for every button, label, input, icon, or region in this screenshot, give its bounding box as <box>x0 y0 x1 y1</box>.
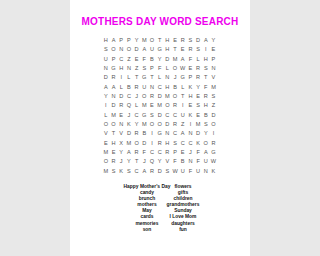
grid-cell: E <box>102 139 110 148</box>
grid-cell: Z <box>210 101 218 110</box>
grid-cell: U <box>194 167 202 176</box>
grid-cell: S <box>102 45 110 54</box>
grid-cell: B <box>202 111 210 120</box>
grid-cell: H <box>164 45 172 54</box>
grid-cell: N <box>148 83 156 92</box>
grid-cell: E <box>187 101 195 110</box>
grid-cell: G <box>156 129 164 138</box>
grid-cell: F <box>194 148 202 157</box>
grid-cell: N <box>164 129 172 138</box>
grid-cell: R <box>194 73 202 82</box>
grid-cell: E <box>187 64 195 73</box>
grid-cell: F <box>202 83 210 92</box>
grid-cell: R <box>133 148 141 157</box>
grid-cell: S <box>148 111 156 120</box>
grid-cell: L <box>164 64 172 73</box>
grid-cell: J <box>117 157 125 166</box>
grid-cell: Z <box>125 55 133 64</box>
grid-cell: E <box>194 92 202 101</box>
grid-cell: O <box>202 139 210 148</box>
grid-cell: M <box>102 167 110 176</box>
grid-cell: R <box>171 120 179 129</box>
grid-cell: C <box>187 139 195 148</box>
grid-cell: S <box>164 167 172 176</box>
grid-cell: H <box>164 83 172 92</box>
grid-cell: F <box>140 55 148 64</box>
grid-cell: M <box>194 120 202 129</box>
grid-cell: N <box>187 157 195 166</box>
grid-cell: T <box>133 73 141 82</box>
grid-cell: O <box>102 120 110 129</box>
grid-cell: T <box>171 45 179 54</box>
grid-cell: A <box>179 55 187 64</box>
grid-cell: R <box>133 129 141 138</box>
grid-cell: V <box>210 73 218 82</box>
grid-cell: G <box>179 73 187 82</box>
grid-cell: K <box>210 167 218 176</box>
grid-cell: N <box>210 64 218 73</box>
grid-cell: N <box>187 129 195 138</box>
grid-cell: L <box>133 101 141 110</box>
grid-cell: G <box>210 148 218 157</box>
grid-cell: E <box>110 148 118 157</box>
grid-cell: D <box>164 120 172 129</box>
word-list-item: fun <box>159 227 207 233</box>
grid-cell: C <box>125 92 133 101</box>
grid-cell: M <box>140 120 148 129</box>
grid-cell: A <box>110 83 118 92</box>
grid-cell: N <box>117 45 125 54</box>
grid-cell: R <box>164 148 172 157</box>
grid-cell: B <box>125 83 133 92</box>
grid-cell: B <box>140 129 148 138</box>
grid-cell: D <box>133 45 141 54</box>
grid-cell: Y <box>102 92 110 101</box>
grid-cell: E <box>117 111 125 120</box>
grid-cell: E <box>194 111 202 120</box>
grid-cell: R <box>171 101 179 110</box>
grid-cell: A <box>140 167 148 176</box>
grid-cell: H <box>110 139 118 148</box>
grid-cell: D <box>156 92 164 101</box>
grid-cell: M <box>156 101 164 110</box>
grid-cell: W <box>210 157 218 166</box>
grid-cell: A <box>202 148 210 157</box>
grid-cell: S <box>171 139 179 148</box>
grid-cell: L <box>125 73 133 82</box>
grid-cell: O <box>110 120 118 129</box>
grid-cell: F <box>171 157 179 166</box>
grid-cell: Z <box>179 120 187 129</box>
grid-cell: U <box>179 167 187 176</box>
grid-cell: O <box>140 92 148 101</box>
grid-cell: U <box>102 55 110 64</box>
grid-cell: O <box>148 120 156 129</box>
grid-cell: C <box>156 148 164 157</box>
grid-cell: H <box>164 36 172 45</box>
grid-cell: K <box>117 167 125 176</box>
grid-cell: S <box>194 45 202 54</box>
grid-cell: E <box>179 148 187 157</box>
grid-cell: E <box>179 45 187 54</box>
grid-cell: T <box>133 157 141 166</box>
grid-cell: T <box>202 73 210 82</box>
grid-cell: C <box>148 148 156 157</box>
grid-cell: A <box>179 129 187 138</box>
grid-cell: C <box>164 111 172 120</box>
grid-cell: B <box>171 83 179 92</box>
grid-cell: M <box>110 111 118 120</box>
grid-cell: M <box>140 36 148 45</box>
grid-cell: O <box>210 120 218 129</box>
grid-cell: I <box>179 101 187 110</box>
grid-cell: U <box>148 45 156 54</box>
grid-cell: I <box>102 101 110 110</box>
grid-cell: R <box>187 45 195 54</box>
grid-cell: D <box>194 36 202 45</box>
grid-cell: D <box>164 55 172 64</box>
grid-cell: A <box>125 148 133 157</box>
grid-cell: O <box>156 120 164 129</box>
grid-cell: C <box>171 129 179 138</box>
grid-cell: P <box>148 64 156 73</box>
grid-cell: F <box>194 157 202 166</box>
grid-cell: X <box>117 139 125 148</box>
grid-cell: U <box>140 83 148 92</box>
grid-cell: R <box>110 157 118 166</box>
grid-cell: I <box>148 139 156 148</box>
word-search-worksheet: MOTHERS DAY WORD SEARCH HAPPYMOTHERSDAYS… <box>70 0 250 256</box>
grid-cell: O <box>164 101 172 110</box>
grid-cell: M <box>125 139 133 148</box>
grid-cell: P <box>110 55 118 64</box>
grid-cell: C <box>133 111 141 120</box>
grid-cell: R <box>110 73 118 82</box>
grid-cell: I <box>117 73 125 82</box>
grid-cell: P <box>171 148 179 157</box>
grid-cell: T <box>156 36 164 45</box>
grid-cell: N <box>202 167 210 176</box>
grid-cell: R <box>133 83 141 92</box>
grid-cell: K <box>187 83 195 92</box>
grid-cell: A <box>202 36 210 45</box>
grid-cell: L <box>102 111 110 120</box>
grid-cell: S <box>202 120 210 129</box>
grid-cell: N <box>164 73 172 82</box>
grid-cell: T <box>179 92 187 101</box>
grid-cell: D <box>102 73 110 82</box>
grid-cell: Y <box>117 148 125 157</box>
grid-cell: L <box>194 55 202 64</box>
grid-cell: S <box>110 167 118 176</box>
grid-cell: J <box>133 92 141 101</box>
grid-cell: C <box>171 111 179 120</box>
grid-cell: H <box>187 92 195 101</box>
grid-cell: L <box>117 83 125 92</box>
grid-cell: M <box>140 101 148 110</box>
grid-cell: R <box>148 92 156 101</box>
grid-cell: R <box>148 167 156 176</box>
grid-cell: I <box>202 45 210 54</box>
grid-cell: I <box>148 129 156 138</box>
grid-cell: J <box>140 157 148 166</box>
grid-cell: G <box>140 73 148 82</box>
grid-cell: M <box>171 55 179 64</box>
grid-cell: D <box>156 167 164 176</box>
grid-cell: Y <box>194 83 202 92</box>
grid-cell: R <box>202 92 210 101</box>
grid-cell: O <box>133 139 141 148</box>
grid-cell: M <box>102 148 110 157</box>
grid-cell: N <box>102 64 110 73</box>
grid-cell: B <box>179 157 187 166</box>
grid-cell: S <box>194 101 202 110</box>
word-list-right-column: flowersgiftschildrengrandmothersSundayI … <box>159 184 207 233</box>
grid-cell: N <box>117 120 125 129</box>
grid-cell: V <box>164 157 172 166</box>
grid-cell: C <box>133 167 141 176</box>
grid-cell: K <box>187 111 195 120</box>
grid-cell: F <box>140 148 148 157</box>
grid-cell: O <box>110 45 118 54</box>
grid-cell: E <box>133 55 141 64</box>
grid-cell: R <box>194 64 202 73</box>
grid-cell: B <box>148 55 156 64</box>
grid-cell: R <box>210 139 218 148</box>
grid-cell: Y <box>133 36 141 45</box>
grid-cell: M <box>164 92 172 101</box>
grid-cell: Y <box>156 157 164 166</box>
grid-cell: I <box>187 120 195 129</box>
grid-cell: G <box>110 64 118 73</box>
grid-cell: H <box>202 101 210 110</box>
grid-cell: S <box>140 64 148 73</box>
grid-cell: M <box>210 83 218 92</box>
grid-cell: H <box>102 36 110 45</box>
grid-cell: O <box>171 64 179 73</box>
grid-cell: S <box>187 36 195 45</box>
grid-cell: S <box>210 92 218 101</box>
grid-cell: H <box>202 55 210 64</box>
grid-cell: R <box>156 139 164 148</box>
grid-cell: V <box>102 129 110 138</box>
grid-cell: L <box>156 73 164 82</box>
grid-cell: Q <box>148 157 156 166</box>
grid-cell: O <box>148 36 156 45</box>
grid-cell: Y <box>210 36 218 45</box>
grid-cell: S <box>125 167 133 176</box>
grid-cell: D <box>125 129 133 138</box>
grid-cell: Y <box>202 129 210 138</box>
grid-cell: P <box>210 55 218 64</box>
grid-cell: A <box>110 36 118 45</box>
grid-cell: K <box>125 120 133 129</box>
grid-cell: K <box>194 139 202 148</box>
word-search-grid: HAPPYMOTHERSDAYSONODAUGHTERSIEUPCZEFBYDM… <box>102 36 217 176</box>
grid-cell: U <box>179 111 187 120</box>
grid-cell: W <box>171 167 179 176</box>
grid-cell: A <box>102 83 110 92</box>
grid-cell: H <box>164 139 172 148</box>
grid-cell: F <box>156 64 164 73</box>
grid-cell: C <box>117 55 125 64</box>
grid-cell: Q <box>125 101 133 110</box>
grid-cell: N <box>125 64 133 73</box>
grid-cell: O <box>125 45 133 54</box>
grid-cell: C <box>156 83 164 92</box>
grid-cell: G <box>156 45 164 54</box>
grid-cell: D <box>156 111 164 120</box>
grid-cell: Y <box>125 157 133 166</box>
grid-cell: D <box>110 101 118 110</box>
grid-cell: J <box>125 111 133 120</box>
grid-cell: Y <box>156 55 164 64</box>
grid-cell: I <box>210 129 218 138</box>
grid-cell: A <box>140 45 148 54</box>
grid-cell: D <box>210 111 218 120</box>
grid-cell: Y <box>133 120 141 129</box>
grid-cell: F <box>187 55 195 64</box>
grid-cell: S <box>202 64 210 73</box>
grid-cell: D <box>117 92 125 101</box>
puzzle-title: MOTHERS DAY WORD SEARCH <box>70 16 250 27</box>
grid-cell: F <box>187 167 195 176</box>
grid-cell: O <box>171 92 179 101</box>
grid-cell: J <box>171 73 179 82</box>
grid-cell: P <box>117 36 125 45</box>
grid-cell: J <box>187 148 195 157</box>
grid-cell: D <box>140 139 148 148</box>
grid-cell: V <box>117 129 125 138</box>
grid-cell: E <box>171 36 179 45</box>
grid-cell: P <box>187 73 195 82</box>
grid-cell: Z <box>133 64 141 73</box>
grid-cell: T <box>148 73 156 82</box>
grid-cell: R <box>117 101 125 110</box>
grid-cell: G <box>140 111 148 120</box>
grid-cell: W <box>179 64 187 73</box>
grid-cell: E <box>210 45 218 54</box>
grid-cell: U <box>202 157 210 166</box>
grid-cell: E <box>148 101 156 110</box>
grid-cell: L <box>179 83 187 92</box>
grid-cell: R <box>179 36 187 45</box>
grid-cell: C <box>179 139 187 148</box>
grid-cell: T <box>110 129 118 138</box>
grid-cell: D <box>194 129 202 138</box>
grid-cell: O <box>102 157 110 166</box>
grid-cell: P <box>125 36 133 45</box>
grid-cell: H <box>117 64 125 73</box>
grid-cell: N <box>110 92 118 101</box>
